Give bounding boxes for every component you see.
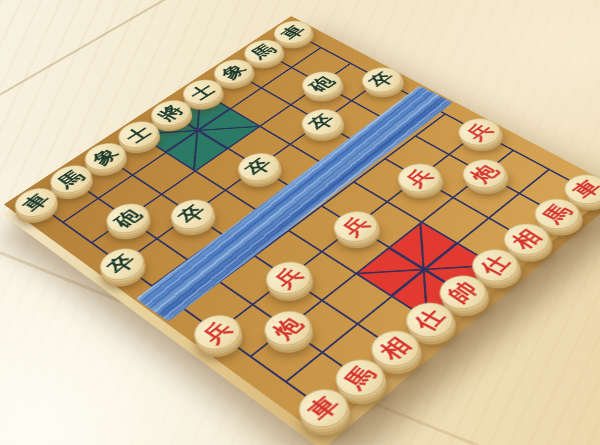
- piece-glyph: 炮: [268, 314, 306, 342]
- piece-glyph: 卒: [305, 112, 338, 133]
- piece-glyph: 卒: [366, 70, 399, 90]
- piece-glyph: 仕: [476, 252, 513, 278]
- piece-red-cannon[interactable]: 炮: [454, 154, 515, 194]
- piece-glyph: 砲: [110, 206, 145, 230]
- piece-black-cannon[interactable]: 砲: [98, 198, 158, 240]
- piece-black-soldier[interactable]: 卒: [293, 104, 351, 141]
- piece-glyph: 車: [303, 392, 343, 423]
- piece-glyph: 兵: [338, 214, 374, 239]
- piece-glyph: 車: [19, 191, 53, 214]
- piece-glyph: 炮: [467, 162, 502, 185]
- piece-glyph: 卒: [242, 156, 276, 179]
- piece-black-soldier[interactable]: 卒: [162, 194, 222, 236]
- piece-glyph: 兵: [198, 318, 236, 346]
- piece-glyph: 兵: [402, 166, 437, 189]
- piece-black-soldier[interactable]: 卒: [354, 62, 410, 97]
- piece-black-soldier[interactable]: 卒: [229, 148, 288, 187]
- piece-glyph: 象: [88, 146, 122, 168]
- piece-glyph: 士: [122, 124, 155, 146]
- piece-red-soldier[interactable]: 兵: [257, 255, 321, 301]
- pieces-layer: 車馬象士將士象馬車砲砲卒卒卒卒卒兵兵兵兵兵炮炮車馬相仕帥仕相馬車: [4, 16, 600, 436]
- piece-glyph: 仕: [410, 306, 448, 334]
- piece-red-cannon[interactable]: 炮: [255, 304, 321, 353]
- piece-glyph: 馬: [340, 363, 380, 393]
- table-plank-seam: [0, 0, 183, 98]
- piece-glyph: 兵: [270, 265, 307, 291]
- piece-glyph: 卒: [175, 202, 210, 226]
- piece-red-soldier[interactable]: 兵: [325, 205, 387, 248]
- piece-glyph: 將: [155, 103, 188, 124]
- piece-glyph: 馬: [248, 42, 279, 61]
- xiangqi-board[interactable]: 車馬象士將士象馬車砲砲卒卒卒卒卒兵兵兵兵兵炮炮車馬相仕帥仕相馬車: [4, 16, 600, 436]
- piece-glyph: 相: [508, 226, 545, 252]
- piece-glyph: 車: [277, 23, 308, 42]
- piece-glyph: 車: [568, 177, 600, 201]
- table-surface: 車馬象士將士象馬車砲砲卒卒卒卒卒兵兵兵兵兵炮炮車馬相仕帥仕相馬車: [0, 0, 600, 445]
- piece-glyph: 士: [186, 82, 218, 102]
- piece-glyph: 卒: [104, 251, 140, 276]
- piece-glyph: 砲: [306, 74, 339, 94]
- piece-red-soldier[interactable]: 兵: [450, 113, 509, 151]
- board-3d-wrap: 車馬象士將士象馬車砲砲卒卒卒卒卒兵兵兵兵兵炮炮車馬相仕帥仕相馬車: [4, 16, 600, 436]
- piece-glyph: 帥: [444, 278, 482, 305]
- piece-black-cannon[interactable]: 砲: [294, 67, 350, 102]
- piece-red-soldier[interactable]: 兵: [389, 158, 450, 198]
- piece-glyph: 兵: [462, 121, 496, 143]
- piece-glyph: 馬: [539, 201, 576, 226]
- piece-glyph: 相: [376, 334, 415, 363]
- piece-glyph: 象: [217, 62, 249, 82]
- piece-glyph: 馬: [54, 168, 88, 191]
